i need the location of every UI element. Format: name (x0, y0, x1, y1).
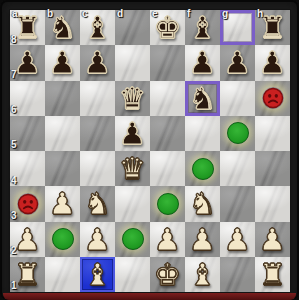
white-pawn-piece[interactable]: ♟ (189, 222, 216, 257)
square-e6[interactable] (150, 81, 185, 116)
square-b6[interactable] (45, 81, 80, 116)
white-pawn-piece[interactable]: ♟ (49, 186, 76, 221)
square-e2[interactable]: ♟ (150, 222, 185, 257)
square-a4[interactable] (10, 151, 45, 186)
square-d3[interactable] (115, 186, 150, 221)
square-g6[interactable] (220, 81, 255, 116)
square-g3[interactable] (220, 186, 255, 221)
square-f8[interactable]: ♝ (185, 10, 220, 45)
square-a2[interactable]: ♟ (10, 222, 45, 257)
square-a8[interactable]: ♜ (10, 10, 45, 45)
square-c6[interactable] (80, 81, 115, 116)
square-c2[interactable]: ♟ (80, 222, 115, 257)
black-pawn-piece[interactable]: ♟ (224, 45, 251, 80)
square-e5[interactable] (150, 116, 185, 151)
square-f3[interactable]: ♞ (185, 186, 220, 221)
black-pawn-piece[interactable]: ♟ (259, 45, 286, 80)
white-bishop-piece[interactable]: ♝ (189, 257, 216, 292)
black-rook-piece[interactable]: ♜ (259, 10, 286, 45)
square-h4[interactable] (255, 151, 290, 186)
square-c3[interactable]: ♞ (80, 186, 115, 221)
square-g2[interactable]: ♟ (220, 222, 255, 257)
white-rook-piece[interactable]: ♜ (259, 257, 286, 292)
black-knight-piece[interactable]: ♞ (189, 81, 216, 116)
legal-move-dot[interactable] (227, 122, 249, 144)
black-pawn-piece[interactable]: ♟ (189, 45, 216, 80)
square-a1[interactable]: ♜ (10, 257, 45, 292)
square-f2[interactable]: ♟ (185, 222, 220, 257)
square-d4[interactable]: ♛ (115, 151, 150, 186)
square-b1[interactable] (45, 257, 80, 292)
square-h3[interactable] (255, 186, 290, 221)
square-b8[interactable]: ♞ (45, 10, 80, 45)
square-d5[interactable]: ♟ (115, 116, 150, 151)
square-b4[interactable] (45, 151, 80, 186)
chess-app-window: ♜♞♝♚♝♜♟♟♟♟♟♟♛♞♟♛♟♞♞♟♟♟♟♟♟♜♝♚♝♜ abcdefgh … (0, 0, 299, 300)
board-area: ♜♞♝♚♝♜♟♟♟♟♟♟♛♞♟♛♟♞♞♟♟♟♟♟♟♜♝♚♝♜ abcdefgh … (10, 10, 290, 292)
square-d6[interactable]: ♛ (115, 81, 150, 116)
square-a5[interactable] (10, 116, 45, 151)
unsafe-move-face-icon[interactable] (17, 193, 39, 215)
square-b3[interactable]: ♟ (45, 186, 80, 221)
square-e4[interactable] (150, 151, 185, 186)
square-f6[interactable]: ♞ (185, 81, 220, 116)
square-d8[interactable] (115, 10, 150, 45)
square-b7[interactable]: ♟ (45, 45, 80, 80)
square-h5[interactable] (255, 116, 290, 151)
square-c1[interactable]: ♝ (80, 257, 115, 292)
square-c5[interactable] (80, 116, 115, 151)
white-knight-piece[interactable]: ♞ (84, 186, 111, 221)
square-c4[interactable] (80, 151, 115, 186)
white-pawn-piece[interactable]: ♟ (14, 222, 41, 257)
square-g7[interactable]: ♟ (220, 45, 255, 80)
legal-move-dot[interactable] (192, 158, 214, 180)
black-pawn-piece[interactable]: ♟ (14, 45, 41, 80)
white-rook-piece[interactable]: ♜ (14, 257, 41, 292)
black-bishop-piece[interactable]: ♝ (84, 10, 111, 45)
white-pawn-piece[interactable]: ♟ (259, 222, 286, 257)
square-c8[interactable]: ♝ (80, 10, 115, 45)
legal-move-dot[interactable] (122, 228, 144, 250)
square-g1[interactable] (220, 257, 255, 292)
legal-move-dot[interactable] (52, 228, 74, 250)
square-h8[interactable]: ♜ (255, 10, 290, 45)
square-g5[interactable] (220, 116, 255, 151)
white-pawn-piece[interactable]: ♟ (154, 222, 181, 257)
white-pawn-piece[interactable]: ♟ (84, 222, 111, 257)
black-rook-piece[interactable]: ♜ (14, 10, 41, 45)
square-d2[interactable] (115, 222, 150, 257)
square-a7[interactable]: ♟ (10, 45, 45, 80)
black-queen-piece[interactable]: ♛ (119, 81, 146, 116)
square-d7[interactable] (115, 45, 150, 80)
square-g8[interactable] (220, 10, 255, 45)
square-f4[interactable] (185, 151, 220, 186)
square-e7[interactable] (150, 45, 185, 80)
black-knight-piece[interactable]: ♞ (49, 10, 76, 45)
square-b2[interactable] (45, 222, 80, 257)
square-h2[interactable]: ♟ (255, 222, 290, 257)
black-pawn-piece[interactable]: ♟ (84, 45, 111, 80)
square-e8[interactable]: ♚ (150, 10, 185, 45)
bottom-bar (3, 293, 296, 300)
white-bishop-piece[interactable]: ♝ (84, 257, 111, 292)
white-knight-piece[interactable]: ♞ (189, 186, 216, 221)
square-c7[interactable]: ♟ (80, 45, 115, 80)
legal-move-dot[interactable] (157, 193, 179, 215)
square-e3[interactable] (150, 186, 185, 221)
black-bishop-piece[interactable]: ♝ (189, 10, 216, 45)
black-pawn-piece[interactable]: ♟ (119, 116, 146, 151)
chess-board: ♜♞♝♚♝♜♟♟♟♟♟♟♛♞♟♛♟♞♞♟♟♟♟♟♟♜♝♚♝♜ (10, 10, 290, 292)
black-pawn-piece[interactable]: ♟ (49, 45, 76, 80)
square-h6[interactable] (255, 81, 290, 116)
unsafe-move-face-icon[interactable] (262, 87, 284, 109)
square-h7[interactable]: ♟ (255, 45, 290, 80)
square-d1[interactable] (115, 257, 150, 292)
square-f7[interactable]: ♟ (185, 45, 220, 80)
square-e1[interactable]: ♚ (150, 257, 185, 292)
square-f5[interactable] (185, 116, 220, 151)
square-f1[interactable]: ♝ (185, 257, 220, 292)
white-queen-piece[interactable]: ♛ (119, 151, 146, 186)
square-h1[interactable]: ♜ (255, 257, 290, 292)
white-king-piece[interactable]: ♚ (154, 257, 181, 292)
square-g4[interactable] (220, 151, 255, 186)
square-a3[interactable] (10, 186, 45, 221)
square-b5[interactable] (45, 116, 80, 151)
square-a6[interactable] (10, 81, 45, 116)
white-pawn-piece[interactable]: ♟ (224, 222, 251, 257)
black-king-piece[interactable]: ♚ (154, 10, 181, 45)
